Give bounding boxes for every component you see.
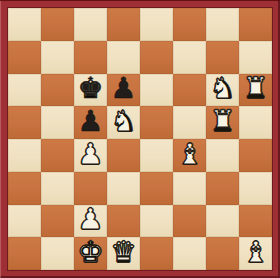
square-f4[interactable]: ♝ [173, 139, 206, 172]
square-g3[interactable] [206, 172, 239, 205]
square-d4[interactable] [107, 139, 140, 172]
square-e4[interactable] [140, 139, 173, 172]
square-h3[interactable] [239, 172, 272, 205]
square-a4[interactable] [8, 139, 41, 172]
white-rook-g5[interactable]: ♜ [210, 107, 236, 136]
square-e7[interactable] [140, 41, 173, 74]
square-f8[interactable] [173, 8, 206, 41]
chess-board: ♚♟♞♜♟♞♜♟♝♟♚♛♝ [8, 8, 272, 270]
square-c3[interactable] [74, 172, 107, 205]
square-c5[interactable]: ♟ [74, 106, 107, 139]
square-c7[interactable] [74, 41, 107, 74]
square-c6[interactable]: ♚ [74, 74, 107, 107]
square-a6[interactable] [8, 74, 41, 107]
square-d2[interactable] [107, 205, 140, 238]
square-d8[interactable] [107, 8, 140, 41]
chess-board-frame: ♚♟♞♜♟♞♜♟♝♟♚♛♝ [0, 0, 280, 278]
square-e8[interactable] [140, 8, 173, 41]
square-e3[interactable] [140, 172, 173, 205]
square-b8[interactable] [41, 8, 74, 41]
square-e1[interactable] [140, 237, 173, 270]
square-b3[interactable] [41, 172, 74, 205]
square-a3[interactable] [8, 172, 41, 205]
square-b5[interactable] [41, 106, 74, 139]
square-f1[interactable] [173, 237, 206, 270]
square-g4[interactable] [206, 139, 239, 172]
white-bishop-h1[interactable]: ♝ [243, 238, 269, 267]
square-g1[interactable] [206, 237, 239, 270]
square-c8[interactable] [74, 8, 107, 41]
square-e6[interactable] [140, 74, 173, 107]
square-e5[interactable] [140, 106, 173, 139]
square-b7[interactable] [41, 41, 74, 74]
square-a7[interactable] [8, 41, 41, 74]
square-c2[interactable]: ♟ [74, 205, 107, 238]
square-c4[interactable]: ♟ [74, 139, 107, 172]
black-king-c6[interactable]: ♚ [78, 74, 104, 103]
square-b1[interactable] [41, 237, 74, 270]
square-f6[interactable] [173, 74, 206, 107]
square-g7[interactable] [206, 41, 239, 74]
square-a2[interactable] [8, 205, 41, 238]
white-bishop-f4[interactable]: ♝ [177, 140, 203, 169]
square-a1[interactable] [8, 237, 41, 270]
white-pawn-c4[interactable]: ♟ [78, 140, 104, 169]
white-knight-d5[interactable]: ♞ [111, 107, 137, 136]
square-d7[interactable] [107, 41, 140, 74]
square-b4[interactable] [41, 139, 74, 172]
white-queen-d1[interactable]: ♛ [111, 238, 137, 267]
square-d1[interactable]: ♛ [107, 237, 140, 270]
square-a8[interactable] [8, 8, 41, 41]
white-knight-g6[interactable]: ♞ [210, 74, 236, 103]
square-h7[interactable] [239, 41, 272, 74]
square-h5[interactable] [239, 106, 272, 139]
square-h6[interactable]: ♜ [239, 74, 272, 107]
square-h8[interactable] [239, 8, 272, 41]
square-g2[interactable] [206, 205, 239, 238]
square-g8[interactable] [206, 8, 239, 41]
square-f2[interactable] [173, 205, 206, 238]
square-c1[interactable]: ♚ [74, 237, 107, 270]
square-g5[interactable]: ♜ [206, 106, 239, 139]
square-h4[interactable] [239, 139, 272, 172]
white-rook-h6[interactable]: ♜ [243, 74, 269, 103]
square-e2[interactable] [140, 205, 173, 238]
square-f7[interactable] [173, 41, 206, 74]
square-b6[interactable] [41, 74, 74, 107]
square-g6[interactable]: ♞ [206, 74, 239, 107]
square-b2[interactable] [41, 205, 74, 238]
square-f5[interactable] [173, 106, 206, 139]
square-h1[interactable]: ♝ [239, 237, 272, 270]
square-d6[interactable]: ♟ [107, 74, 140, 107]
square-f3[interactable] [173, 172, 206, 205]
black-pawn-d6[interactable]: ♟ [111, 74, 137, 103]
white-king-c1[interactable]: ♚ [78, 238, 104, 267]
square-a5[interactable] [8, 106, 41, 139]
square-d3[interactable] [107, 172, 140, 205]
square-h2[interactable] [239, 205, 272, 238]
black-pawn-c5[interactable]: ♟ [78, 107, 104, 136]
white-pawn-c2[interactable]: ♟ [78, 205, 104, 234]
square-d5[interactable]: ♞ [107, 106, 140, 139]
